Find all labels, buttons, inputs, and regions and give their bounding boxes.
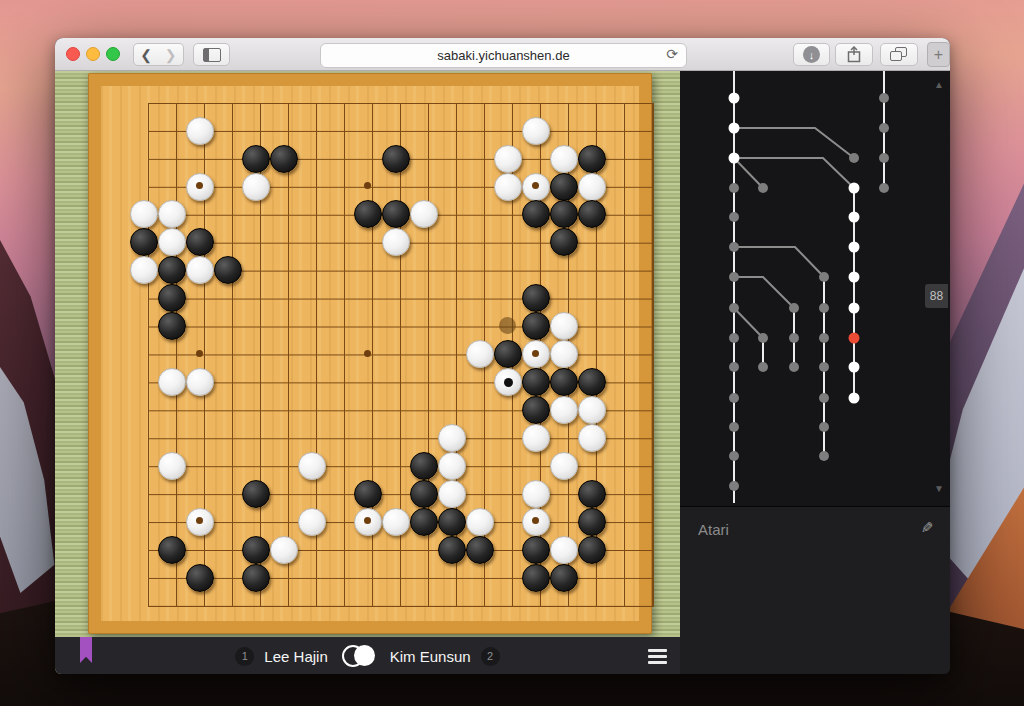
tree-node[interactable] bbox=[819, 362, 829, 372]
tree-node[interactable] bbox=[729, 333, 739, 343]
close-button[interactable] bbox=[66, 47, 80, 61]
black-player-name: Lee Hajin bbox=[264, 648, 327, 665]
tree-edge bbox=[734, 128, 854, 158]
download-icon: ↓ bbox=[803, 46, 820, 63]
goban[interactable] bbox=[88, 73, 652, 634]
tree-node[interactable] bbox=[789, 303, 799, 313]
tree-node[interactable] bbox=[729, 212, 739, 222]
black-stone[interactable] bbox=[438, 508, 466, 536]
tree-node[interactable] bbox=[819, 303, 829, 313]
black-stone[interactable] bbox=[410, 508, 438, 536]
black-stone[interactable] bbox=[438, 536, 466, 564]
black-stone[interactable] bbox=[578, 508, 606, 536]
white-stone[interactable] bbox=[578, 173, 606, 201]
black-stone[interactable] bbox=[466, 536, 494, 564]
tree-node[interactable] bbox=[879, 93, 889, 103]
tree-node[interactable] bbox=[849, 272, 860, 283]
tree-node[interactable] bbox=[879, 123, 889, 133]
next-move-dot bbox=[499, 317, 516, 334]
scroll-up-icon[interactable]: ▲ bbox=[934, 79, 944, 90]
white-stone[interactable] bbox=[522, 117, 550, 145]
white-stone[interactable] bbox=[494, 145, 522, 173]
hoshi-point bbox=[532, 182, 539, 189]
black-stone[interactable] bbox=[354, 480, 382, 508]
tabs-icon bbox=[890, 47, 908, 62]
black-stone[interactable] bbox=[550, 564, 578, 592]
comment-panel[interactable]: Atari ✎ bbox=[680, 506, 950, 674]
white-stone[interactable] bbox=[242, 173, 270, 201]
tree-node[interactable] bbox=[849, 362, 860, 373]
white-stone[interactable] bbox=[186, 117, 214, 145]
downloads-button[interactable]: ↓ bbox=[793, 43, 830, 66]
address-bar[interactable]: sabaki.yichuanshen.de ⟳ bbox=[320, 43, 687, 68]
black-stone[interactable] bbox=[578, 145, 606, 173]
hoshi-point bbox=[196, 182, 203, 189]
tree-node[interactable] bbox=[729, 183, 739, 193]
browser-toolbar: ❮ ❯ sabaki.yichuanshen.de ⟳ ↓ + bbox=[55, 38, 950, 71]
url-text: sabaki.yichuanshen.de bbox=[437, 48, 569, 63]
tree-node[interactable] bbox=[729, 123, 740, 134]
white-stone[interactable] bbox=[270, 536, 298, 564]
black-stone[interactable] bbox=[158, 536, 186, 564]
tree-node[interactable] bbox=[729, 93, 740, 104]
tree-node[interactable] bbox=[879, 153, 889, 163]
black-stone[interactable] bbox=[270, 145, 298, 173]
white-stone[interactable] bbox=[466, 508, 494, 536]
black-stone[interactable] bbox=[382, 145, 410, 173]
tree-node[interactable] bbox=[729, 272, 739, 282]
player-bar: 1 Lee Hajin Kim Eunsun 2 bbox=[55, 637, 680, 674]
black-stone[interactable] bbox=[186, 564, 214, 592]
sidebar: ▲ ▼ 88 Atari ✎ bbox=[680, 71, 950, 674]
tree-edge bbox=[734, 308, 763, 338]
sidebar-icon bbox=[203, 48, 221, 62]
tree-node[interactable] bbox=[849, 212, 860, 223]
black-stone[interactable] bbox=[242, 145, 270, 173]
scroll-down-icon[interactable]: ▼ bbox=[934, 483, 944, 494]
edit-pencil-icon[interactable]: ✎ bbox=[921, 519, 934, 537]
white-stone-icon bbox=[354, 645, 375, 666]
white-stone[interactable] bbox=[298, 508, 326, 536]
tree-node[interactable] bbox=[729, 242, 739, 252]
white-stone[interactable] bbox=[550, 536, 578, 564]
share-button[interactable] bbox=[835, 43, 873, 66]
hoshi-point bbox=[364, 182, 371, 189]
menu-icon[interactable] bbox=[648, 649, 667, 667]
hoshi-point bbox=[532, 350, 539, 357]
tree-node[interactable] bbox=[819, 333, 829, 343]
tree-node[interactable] bbox=[819, 451, 829, 461]
tree-node[interactable] bbox=[849, 393, 860, 404]
game-tree[interactable] bbox=[680, 71, 950, 506]
tree-node-current[interactable] bbox=[849, 333, 860, 344]
tree-node[interactable] bbox=[879, 183, 889, 193]
tabs-overview-button[interactable] bbox=[880, 43, 918, 66]
forward-button[interactable]: ❯ bbox=[158, 43, 184, 66]
player-turn-toggle[interactable] bbox=[342, 645, 376, 667]
share-icon bbox=[847, 46, 861, 63]
black-stone[interactable] bbox=[410, 480, 438, 508]
tree-node[interactable] bbox=[849, 303, 860, 314]
tree-node[interactable] bbox=[729, 362, 739, 372]
black-stone[interactable] bbox=[578, 480, 606, 508]
tree-edge bbox=[734, 277, 794, 308]
comment-text: Atari bbox=[698, 521, 729, 538]
black-stone[interactable] bbox=[578, 536, 606, 564]
tree-node[interactable] bbox=[729, 393, 739, 403]
black-stone[interactable] bbox=[242, 564, 270, 592]
tree-node[interactable] bbox=[849, 183, 860, 194]
tree-node[interactable] bbox=[849, 242, 860, 253]
tree-node[interactable] bbox=[729, 422, 739, 432]
tree-node[interactable] bbox=[849, 153, 859, 163]
hoshi-point bbox=[196, 350, 203, 357]
white-stone[interactable] bbox=[522, 480, 550, 508]
move-number-badge: 88 bbox=[925, 284, 948, 308]
tree-node[interactable] bbox=[758, 183, 768, 193]
current-move-marker bbox=[504, 378, 513, 387]
tree-node[interactable] bbox=[729, 451, 739, 461]
tree-node[interactable] bbox=[819, 422, 829, 432]
tree-edge bbox=[734, 247, 824, 277]
black-stone[interactable] bbox=[242, 480, 270, 508]
tree-node[interactable] bbox=[819, 272, 829, 282]
white-player-name: Kim Eunsun bbox=[390, 648, 471, 665]
white-stone[interactable] bbox=[550, 145, 578, 173]
black-stone[interactable] bbox=[522, 536, 550, 564]
tree-node[interactable] bbox=[758, 333, 768, 343]
game-tree-panel[interactable]: ▲ ▼ 88 bbox=[680, 71, 950, 506]
fullscreen-button[interactable] bbox=[106, 47, 120, 61]
white-stone[interactable] bbox=[494, 173, 522, 201]
tree-node[interactable] bbox=[819, 393, 829, 403]
browser-window: ❮ ❯ sabaki.yichuanshen.de ⟳ ↓ + bbox=[55, 38, 950, 674]
tree-edge bbox=[734, 158, 854, 188]
minimize-button[interactable] bbox=[86, 47, 100, 61]
back-button[interactable]: ❮ bbox=[133, 43, 159, 66]
white-stone[interactable] bbox=[438, 480, 466, 508]
tree-node[interactable] bbox=[729, 481, 739, 491]
tree-node[interactable] bbox=[758, 362, 768, 372]
board-pane: 1 Lee Hajin Kim Eunsun 2 bbox=[55, 71, 680, 674]
tree-node[interactable] bbox=[729, 303, 739, 313]
white-captures-badge: 2 bbox=[481, 647, 500, 666]
sidebar-toggle-button[interactable] bbox=[193, 43, 230, 66]
hoshi-point bbox=[364, 350, 371, 357]
black-stone[interactable] bbox=[522, 564, 550, 592]
black-stone[interactable] bbox=[242, 536, 270, 564]
tree-node[interactable] bbox=[789, 362, 799, 372]
tree-node[interactable] bbox=[729, 153, 740, 164]
tree-node[interactable] bbox=[789, 333, 799, 343]
white-stone[interactable] bbox=[382, 508, 410, 536]
tree-edge bbox=[734, 158, 763, 188]
black-stone[interactable] bbox=[550, 173, 578, 201]
reload-icon[interactable]: ⟳ bbox=[666, 46, 678, 62]
black-captures-badge: 1 bbox=[235, 647, 254, 666]
new-tab-button[interactable]: + bbox=[927, 42, 950, 67]
